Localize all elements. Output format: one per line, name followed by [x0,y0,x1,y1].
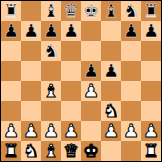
square-d4[interactable] [61,81,81,101]
square-a6[interactable] [1,41,21,61]
square-f1[interactable] [101,141,121,161]
chess-board: ♜♝♛♚♝♞♜♟♟♟♟♟♟♞♟♟♝♟♞♟♟♟♟♟♟♟♜♞♝♛♚♜ [1,1,161,161]
square-f8[interactable]: ♝ [101,1,121,21]
black-pawn: ♟ [23,21,39,41]
square-h5[interactable] [141,61,161,81]
square-d1[interactable]: ♛ [61,141,81,161]
square-a5[interactable] [1,61,21,81]
black-knight: ♞ [123,1,139,21]
square-b7[interactable]: ♟ [21,21,41,41]
square-h8[interactable]: ♜ [141,1,161,21]
square-c6[interactable]: ♞ [41,41,61,61]
square-d3[interactable] [61,101,81,121]
square-f4[interactable] [101,81,121,101]
white-king: ♚ [83,141,99,161]
square-d2[interactable]: ♟ [61,121,81,141]
square-d6[interactable] [61,41,81,61]
white-pawn: ♟ [23,121,39,141]
white-bishop: ♝ [43,81,59,101]
square-f5[interactable]: ♟ [101,61,121,81]
chess-board-frame: ♜♝♛♚♝♞♜♟♟♟♟♟♟♞♟♟♝♟♞♟♟♟♟♟♟♟♜♞♝♛♚♜ [0,0,162,162]
black-pawn: ♟ [3,21,19,41]
white-pawn: ♟ [63,121,79,141]
square-h1[interactable]: ♜ [141,141,161,161]
square-e4[interactable]: ♟ [81,81,101,101]
square-a8[interactable]: ♜ [1,1,21,21]
black-pawn: ♟ [143,21,159,41]
square-h2[interactable]: ♟ [141,121,161,141]
square-h4[interactable] [141,81,161,101]
black-rook: ♜ [143,1,159,21]
square-g7[interactable]: ♟ [121,21,141,41]
square-f7[interactable] [101,21,121,41]
white-rook: ♜ [143,141,159,161]
square-c5[interactable] [41,61,61,81]
square-g4[interactable] [121,81,141,101]
square-g8[interactable]: ♞ [121,1,141,21]
white-pawn: ♟ [83,81,99,101]
white-rook: ♜ [3,141,19,161]
square-c7[interactable]: ♟ [41,21,61,41]
square-g1[interactable] [121,141,141,161]
square-b6[interactable] [21,41,41,61]
black-queen: ♛ [63,1,79,21]
square-d5[interactable] [61,61,81,81]
square-e3[interactable] [81,101,101,121]
black-bishop: ♝ [103,1,119,21]
white-pawn: ♟ [123,121,139,141]
square-d8[interactable]: ♛ [61,1,81,21]
square-h6[interactable] [141,41,161,61]
black-king: ♚ [83,1,99,21]
black-pawn: ♟ [43,21,59,41]
square-c2[interactable]: ♟ [41,121,61,141]
white-bishop: ♝ [43,141,59,161]
square-e2[interactable] [81,121,101,141]
square-d7[interactable]: ♟ [61,21,81,41]
square-e8[interactable]: ♚ [81,1,101,21]
square-h7[interactable]: ♟ [141,21,161,41]
square-a4[interactable] [1,81,21,101]
square-b4[interactable] [21,81,41,101]
white-knight: ♞ [23,141,39,161]
black-knight: ♞ [43,41,59,61]
white-knight: ♞ [103,101,119,121]
square-b5[interactable] [21,61,41,81]
square-a1[interactable]: ♜ [1,141,21,161]
square-f6[interactable] [101,41,121,61]
white-queen: ♛ [63,141,79,161]
square-a7[interactable]: ♟ [1,21,21,41]
square-a2[interactable]: ♟ [1,121,21,141]
square-f3[interactable]: ♞ [101,101,121,121]
square-c3[interactable] [41,101,61,121]
square-b8[interactable] [21,1,41,21]
square-e6[interactable] [81,41,101,61]
black-pawn: ♟ [63,21,79,41]
square-b2[interactable]: ♟ [21,121,41,141]
white-pawn: ♟ [143,121,159,141]
black-pawn: ♟ [103,61,119,81]
black-rook: ♜ [3,1,19,21]
square-g6[interactable] [121,41,141,61]
square-g5[interactable] [121,61,141,81]
black-pawn: ♟ [123,21,139,41]
square-h3[interactable] [141,101,161,121]
square-f2[interactable]: ♟ [101,121,121,141]
white-pawn: ♟ [43,121,59,141]
square-e1[interactable]: ♚ [81,141,101,161]
square-e7[interactable] [81,21,101,41]
square-b3[interactable] [21,101,41,121]
square-a3[interactable] [1,101,21,121]
square-g2[interactable]: ♟ [121,121,141,141]
square-c4[interactable]: ♝ [41,81,61,101]
white-pawn: ♟ [103,121,119,141]
square-g3[interactable] [121,101,141,121]
white-pawn: ♟ [3,121,19,141]
square-c1[interactable]: ♝ [41,141,61,161]
square-c8[interactable]: ♝ [41,1,61,21]
square-e5[interactable]: ♟ [81,61,101,81]
black-bishop: ♝ [43,1,59,21]
square-b1[interactable]: ♞ [21,141,41,161]
black-pawn: ♟ [83,61,99,81]
